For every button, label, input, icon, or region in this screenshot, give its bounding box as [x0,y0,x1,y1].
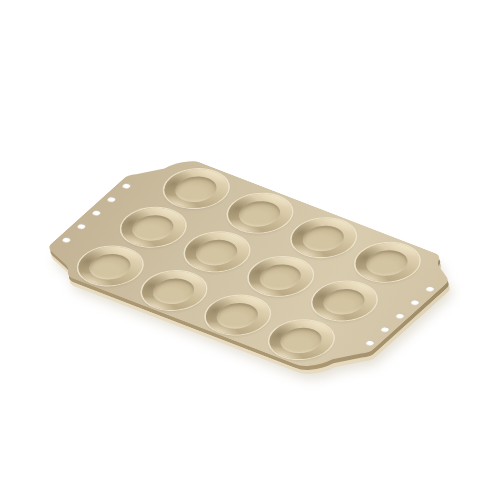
hanging-hole [410,299,421,305]
muffin-pan [30,147,467,382]
muffin-cup [129,264,218,317]
muffin-cup [300,274,389,327]
cup-grid [57,157,441,371]
muffin-cup [152,162,241,215]
hanging-hole [121,182,132,188]
muffin-cup [109,200,198,253]
cup-floor [81,249,139,284]
pan-top-layer [0,0,500,500]
cup-floor [251,260,309,295]
muffin-cup [66,239,155,292]
hanging-hole [76,223,87,229]
cup-floor [124,211,182,246]
cup-floor [188,235,246,270]
muffin-cup [257,313,346,366]
cup-floor [315,284,373,319]
cup-floor [145,274,203,309]
hanging-hole [61,236,72,242]
cup-floor [231,196,289,231]
muffin-cup [236,250,325,303]
cup-floor [167,172,225,207]
hanging-hole [365,339,376,345]
hanging-hole [91,209,102,215]
muffin-cup [172,225,261,278]
hanging-hole [106,196,117,202]
cup-floor [208,298,266,333]
hanging-hole [380,326,391,332]
cup-floor [272,323,330,358]
cup-floor [294,221,352,256]
muffin-cup [193,288,282,341]
product-photo-stage [0,0,500,500]
muffin-cup [279,211,368,264]
muffin-cup [215,186,304,239]
hanging-hole [425,285,436,291]
cup-floor [358,246,416,281]
muffin-cup [343,235,432,288]
hanging-hole [395,312,406,318]
